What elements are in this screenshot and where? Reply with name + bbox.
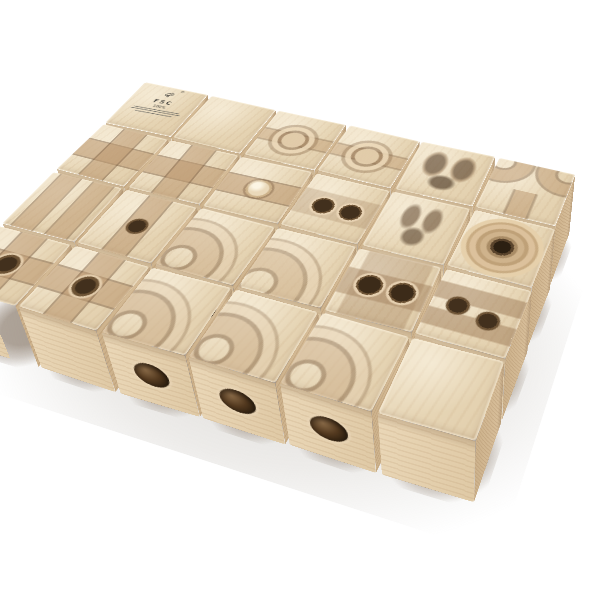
fsc-percent-text: 100% (152, 104, 168, 109)
tunnel-hole (131, 359, 172, 391)
registered-mark: ® (181, 92, 185, 93)
fsc-fineprint-line (134, 105, 179, 114)
fsc-fineprint-line (131, 107, 180, 116)
fsc-fineprint-line (136, 110, 172, 117)
fsc-tree-check-icon: ® (159, 90, 179, 100)
fsc-brand-text: FSC (152, 98, 175, 106)
perspective-wrapper: ®FSC100% (34, 118, 538, 454)
tunnel-hole (309, 412, 349, 446)
product-photo-scene: ®FSC100% (0, 0, 600, 600)
tunnel-hole (217, 385, 257, 419)
wooden-cube (382, 399, 501, 502)
block-grid: ®FSC100% (0, 137, 571, 505)
